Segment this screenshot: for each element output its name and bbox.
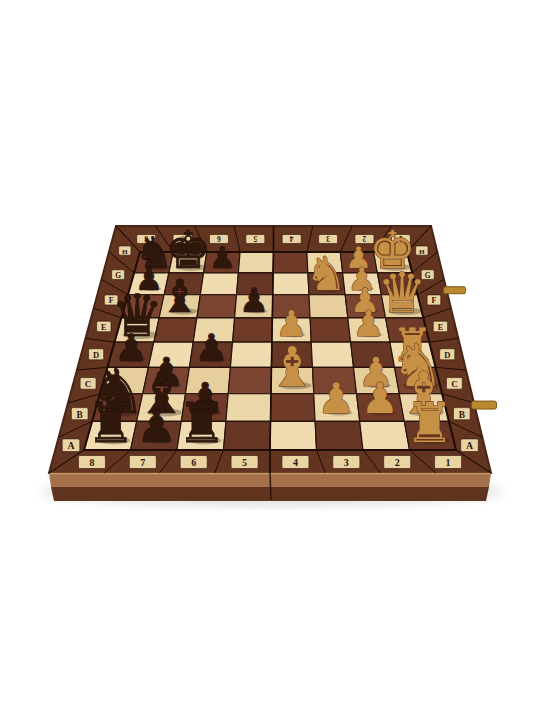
piece-black-bishop: ♝: [160, 270, 201, 323]
svg-text:G: G: [115, 271, 121, 280]
svg-text:5: 5: [242, 457, 247, 468]
piece-black-rook: ♜: [86, 391, 135, 455]
far-coordinate-number: 3: [319, 234, 338, 243]
right-coordinate-letter: B: [453, 408, 470, 420]
right-coordinate-letter: A: [461, 439, 479, 452]
svg-text:D: D: [444, 350, 450, 360]
piece-black-rook: ♜: [177, 391, 226, 455]
svg-text:3: 3: [326, 234, 330, 243]
svg-text:4: 4: [293, 457, 298, 468]
svg-text:H: H: [122, 248, 128, 256]
left-coordinate-letter: A: [62, 439, 80, 452]
square-h5: [238, 252, 273, 273]
piece-white-queen: ♛: [377, 261, 426, 325]
near-coordinate-number: 4: [282, 456, 309, 469]
svg-text:2: 2: [395, 457, 400, 468]
piece-white-pawn: ♟: [361, 374, 399, 423]
square-a4: [270, 421, 317, 450]
square-d3: [311, 342, 353, 367]
piece-black-pawn: ♟: [195, 326, 229, 370]
square-d5: [230, 342, 271, 367]
svg-text:A: A: [67, 440, 74, 451]
left-coordinate-letter: H: [119, 246, 131, 256]
svg-text:B: B: [77, 410, 83, 420]
near-coordinate-number: 1: [435, 456, 462, 469]
svg-text:4: 4: [290, 234, 294, 243]
piece-white-pawn: ♟: [353, 303, 385, 344]
brass-hinge-icon: [444, 287, 466, 294]
svg-text:6: 6: [191, 457, 196, 468]
square-a5: [224, 421, 271, 450]
board-svg: 8877665544332211HHGGFFEEDDCCBBAA♞♚♟♟♚♟♞♟…: [0, 0, 540, 720]
piece-white-rook: ♜: [405, 391, 454, 455]
product-photo-stage: 8877665544332211HHGGFFEEDDCCBBAA♞♚♟♟♚♟♞♟…: [0, 0, 540, 720]
near-coordinate-number: 5: [231, 456, 258, 469]
near-coordinate-number: 2: [384, 456, 411, 469]
piece-white-knight: ♞: [305, 247, 347, 301]
piece-white-pawn: ♟: [317, 374, 355, 423]
square-e5: [233, 318, 273, 342]
square-h4: [273, 252, 308, 273]
right-coordinate-letter: F: [427, 295, 441, 305]
near-coordinate-number: 8: [78, 456, 105, 469]
right-coordinate-letter: H: [416, 246, 428, 256]
svg-text:H: H: [419, 248, 425, 256]
left-coordinate-letter: E: [97, 321, 111, 332]
svg-text:7: 7: [140, 457, 145, 468]
piece-white-bishop: ♝: [268, 335, 317, 399]
piece-black-pawn: ♟: [239, 281, 269, 320]
svg-text:1: 1: [446, 457, 451, 468]
near-coordinate-number: 3: [333, 456, 360, 469]
svg-text:3: 3: [344, 457, 349, 468]
piece-black-pawn: ♟: [209, 241, 236, 275]
far-coordinate-number: 4: [282, 234, 301, 243]
svg-text:C: C: [451, 379, 457, 389]
svg-text:B: B: [459, 410, 465, 420]
piece-black-pawn: ♟: [136, 401, 176, 453]
svg-text:5: 5: [253, 234, 257, 243]
right-coordinate-letter: E: [433, 321, 447, 332]
svg-text:F: F: [432, 296, 437, 305]
svg-text:8: 8: [89, 457, 94, 468]
near-coordinate-number: 6: [180, 456, 207, 469]
svg-text:E: E: [101, 323, 107, 332]
left-coordinate-letter: G: [112, 270, 125, 280]
near-coordinate-number: 7: [129, 456, 156, 469]
square-g4: [273, 273, 309, 295]
svg-text:A: A: [466, 440, 473, 451]
brass-hinge-icon: [472, 401, 497, 409]
far-coordinate-number: 5: [246, 234, 265, 243]
square-c5: [228, 367, 271, 393]
square-a3: [315, 421, 363, 450]
square-f6: [197, 295, 237, 318]
square-b5: [226, 394, 271, 422]
